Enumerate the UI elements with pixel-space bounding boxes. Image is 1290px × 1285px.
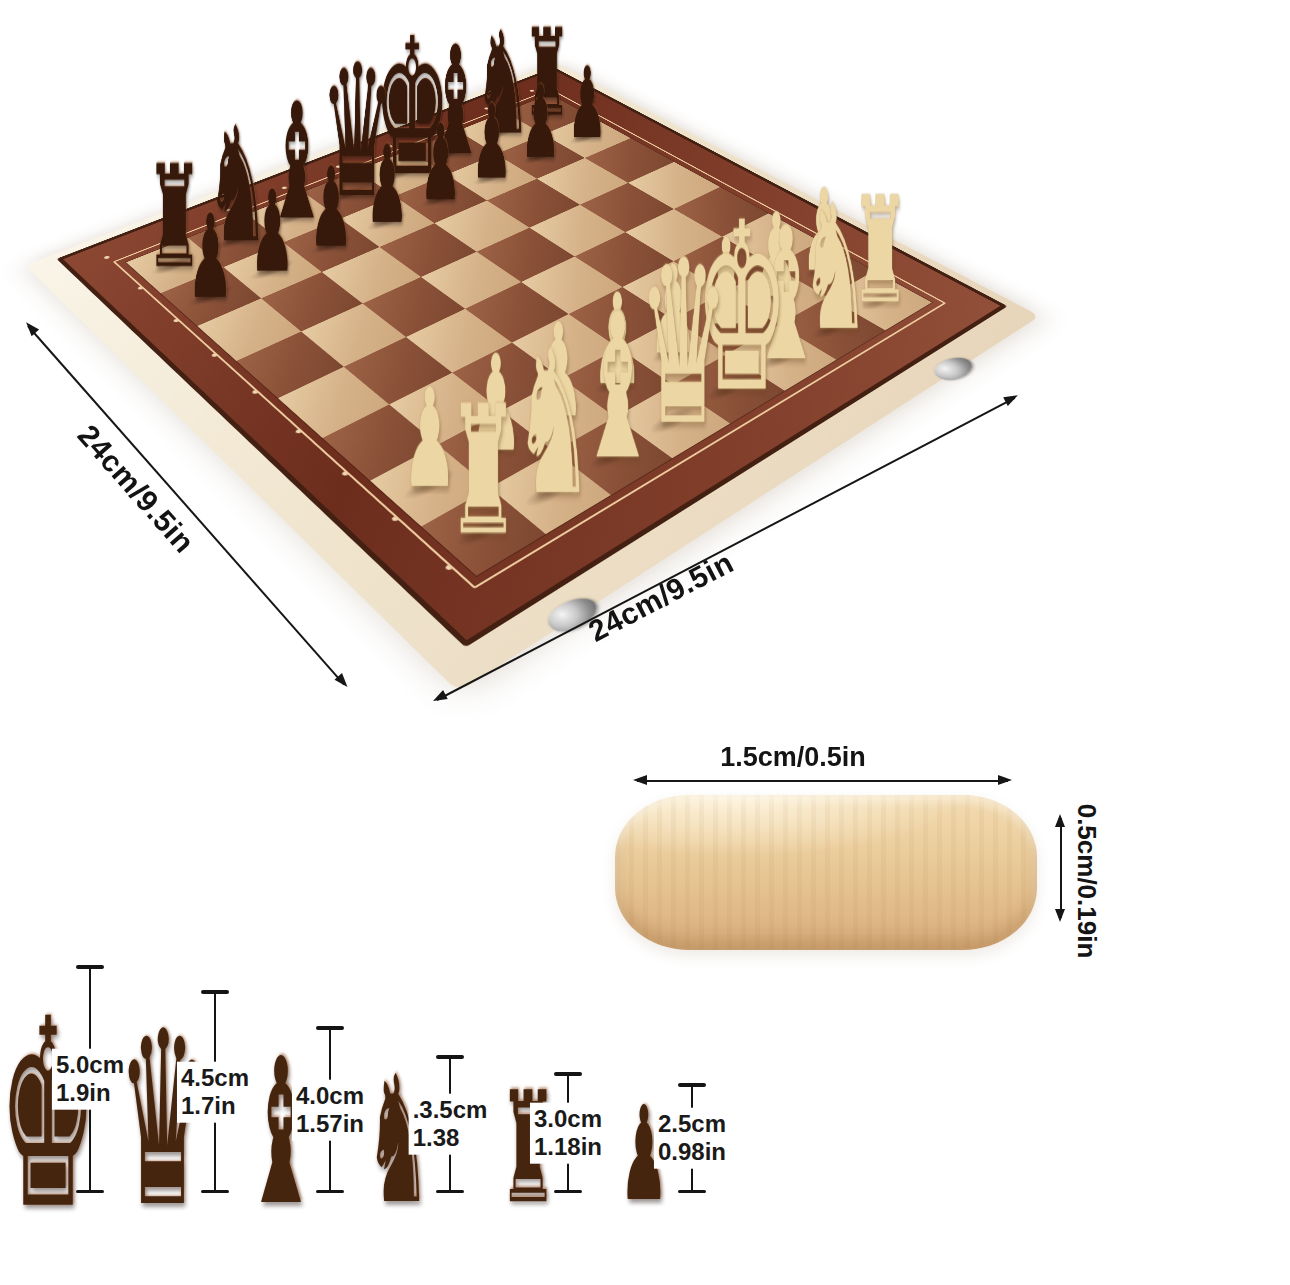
- checker-height-arrow: [1060, 818, 1062, 918]
- chess-board: ♜♞♟♝♟♚♟♛♟♝♟♞♟♟♜♟♟♜♟♟♞♟♝♟♚♟♛♟♝♟♞♜: [25, 62, 1040, 692]
- product-image: ♜♞♟♝♟♚♟♛♟♝♟♞♟♟♜♟♟♜♟♟♞♟♝♟♚♟♛♟♝♟♞♜ 24cm/9.…: [0, 0, 1290, 1285]
- board-square: [301, 304, 406, 367]
- checker-piece: [615, 795, 1037, 950]
- board-square: [236, 331, 343, 398]
- checker-width-label: 1.5cm/0.5in: [720, 742, 866, 773]
- size-label-pawn: 2.5cm0.98in: [654, 1108, 730, 1169]
- checker-height-label: 0.5cm/0.19in: [1071, 804, 1102, 959]
- board-side-label: 24cm/9.5in: [71, 418, 201, 559]
- clasp-icon: [928, 353, 979, 384]
- board-piece-black-pawn: ♟: [179, 199, 242, 315]
- board-square: [197, 298, 301, 361]
- checker-width-arrow: [637, 780, 1008, 782]
- board-square: [278, 367, 389, 438]
